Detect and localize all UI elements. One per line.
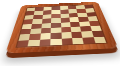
board-square-d1 (50, 38, 61, 45)
board-square-e1 (61, 37, 72, 44)
board-grid (15, 4, 107, 47)
board-square-a1 (16, 39, 28, 46)
board-square-b1 (28, 39, 40, 46)
board-square-c1 (39, 38, 50, 45)
board-square-h1 (93, 36, 106, 43)
board-square-e2 (60, 32, 71, 38)
photo-background (0, 0, 120, 66)
chess-board (5, 1, 118, 53)
board-square-f2 (71, 31, 82, 37)
board-square-h2 (91, 30, 103, 36)
board-square-f1 (71, 37, 83, 44)
board-square-d2 (50, 32, 61, 38)
